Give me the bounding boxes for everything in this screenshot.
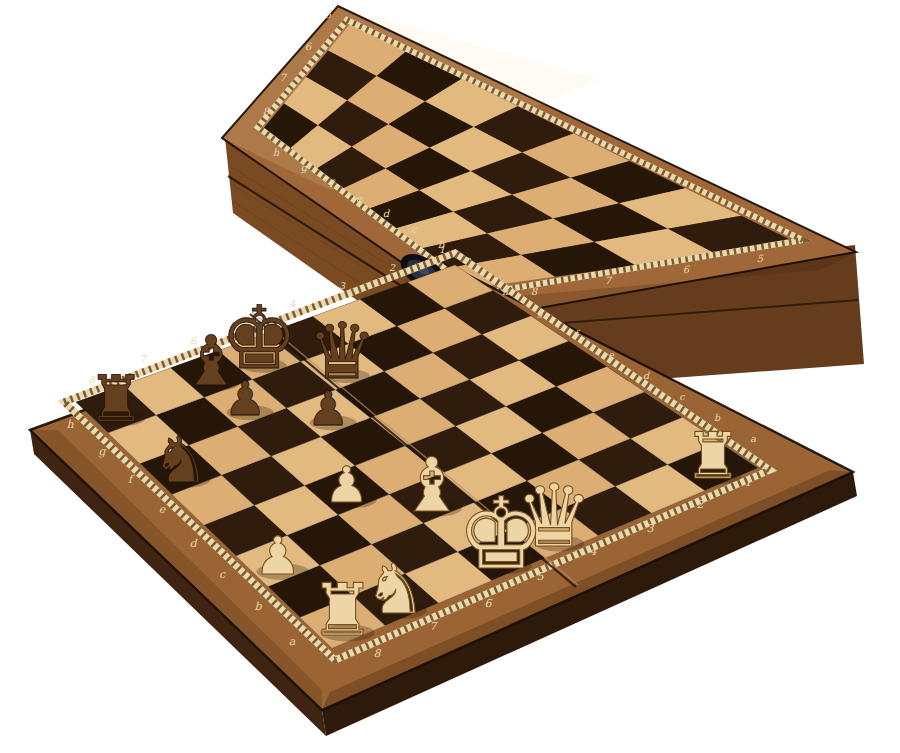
black-pawn-glyph: ♟ bbox=[307, 381, 349, 436]
board-file-label-lowerleft-d: d bbox=[189, 537, 197, 550]
chess-scene-canvas: hgfedcba56788765hgfedcba8765432187654321… bbox=[0, 0, 900, 753]
piece-white-pawn-c8: ♟ bbox=[254, 525, 309, 586]
board-file-label-upperright-h: h bbox=[502, 286, 509, 297]
board-rank-label-lowerright-3: 3 bbox=[647, 522, 655, 535]
piece-black-knight-f8: ♞ bbox=[152, 422, 211, 497]
board-rank-label-upperleft-1: 1 bbox=[439, 244, 445, 255]
board-file-label-upperright-d: d bbox=[643, 370, 650, 381]
board-rank-label-lowerright-2: 2 bbox=[697, 498, 705, 511]
piece-black-rook-h8: ♜ bbox=[87, 362, 145, 436]
board-rank-label-upperleft-3: 3 bbox=[339, 280, 346, 291]
piece-white-rook-a8: ♜ bbox=[310, 568, 375, 652]
board-rank-label-upperleft-2: 2 bbox=[389, 262, 396, 273]
board-file-label-upperright-c: c bbox=[679, 391, 685, 402]
board-file-label-lowerleft-a: a bbox=[289, 635, 296, 648]
white-pawn-glyph: ♟ bbox=[324, 456, 369, 514]
box-rank-label-left-5: 5 bbox=[325, 9, 332, 20]
white-pawn-glyph: ♟ bbox=[254, 525, 301, 586]
piece-white-king-a5: ♚ bbox=[457, 476, 546, 591]
black-knight-glyph: ♞ bbox=[152, 422, 210, 497]
white-rook-glyph: ♜ bbox=[684, 419, 741, 493]
white-rook-glyph: ♜ bbox=[310, 568, 375, 652]
black-pawn-glyph: ♟ bbox=[224, 371, 266, 426]
board-file-label-lowerleft-c: c bbox=[219, 568, 226, 581]
piece-black-pawn-f5: ♟ bbox=[307, 381, 357, 436]
chess-set-product-photo: hgfedcba56788765hgfedcba8765432187654321… bbox=[0, 0, 900, 753]
piece-white-bishop-c5: ♝ bbox=[398, 442, 465, 529]
piece-black-pawn-g6: ♟ bbox=[224, 371, 274, 426]
piece-white-pawn-d6: ♟ bbox=[324, 456, 376, 514]
piece-white-rook-a1: ♜ bbox=[684, 419, 742, 493]
box-rank-label-right-5: 5 bbox=[757, 253, 764, 264]
white-bishop-glyph: ♝ bbox=[398, 442, 465, 529]
white-king-glyph: ♚ bbox=[457, 476, 546, 591]
box-file-label-h: h bbox=[273, 147, 280, 158]
black-rook-glyph: ♜ bbox=[87, 362, 144, 436]
board-file-label-lowerleft-h: h bbox=[66, 418, 74, 431]
board-file-label-upperright-a: a bbox=[750, 433, 756, 444]
board-file-label-lowerleft-b: b bbox=[254, 600, 262, 613]
board-rank-label-lowerright-1: 1 bbox=[745, 476, 752, 489]
board-rank-label-lowerright-6: 6 bbox=[485, 597, 493, 610]
